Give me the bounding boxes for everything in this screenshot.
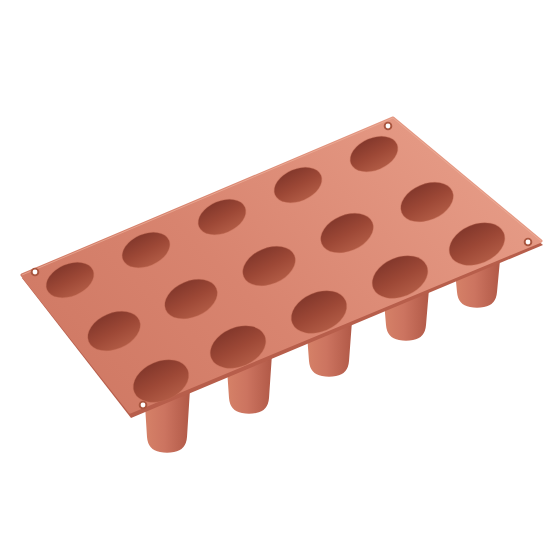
muffin-mould-illustration	[0, 0, 550, 550]
hanging-hole-right	[524, 238, 533, 247]
hanging-hole-bottom-center	[141, 403, 146, 408]
product-photo	[0, 0, 550, 550]
hanging-hole-left	[31, 268, 40, 277]
hanging-hole-right-center	[526, 240, 531, 245]
hanging-hole-top-center	[386, 124, 391, 129]
hanging-hole-left-center	[33, 270, 38, 275]
hanging-hole-bottom	[139, 401, 148, 410]
hanging-hole-top	[384, 122, 393, 131]
